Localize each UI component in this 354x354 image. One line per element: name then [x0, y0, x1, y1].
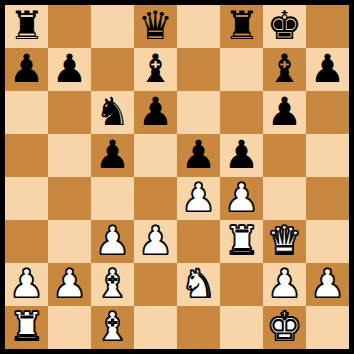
- square-a2[interactable]: ♟: [5, 263, 48, 306]
- square-e7[interactable]: [177, 48, 220, 91]
- black-pawn: ♟: [181, 135, 216, 174]
- square-d3[interactable]: ♟: [134, 220, 177, 263]
- square-e3[interactable]: [177, 220, 220, 263]
- white-pawn: ♟: [310, 264, 345, 303]
- white-pawn: ♟: [138, 221, 173, 260]
- square-e8[interactable]: [177, 5, 220, 48]
- square-f5[interactable]: ♟: [220, 134, 263, 177]
- square-c1[interactable]: ♝: [91, 306, 134, 349]
- square-a1[interactable]: ♜: [5, 306, 48, 349]
- square-h2[interactable]: ♟: [306, 263, 349, 306]
- black-queen: ♛: [138, 6, 173, 45]
- square-d1[interactable]: [134, 306, 177, 349]
- board-frame: ♜♛♜♚♟♟♝♝♟♞♟♟♟♟♟♟♟♟♟♜♛♟♟♝♞♟♟♜♝♚: [0, 0, 354, 354]
- black-bishop: ♝: [138, 49, 173, 88]
- white-pawn: ♟: [95, 221, 130, 260]
- black-pawn: ♟: [310, 49, 345, 88]
- square-h5[interactable]: [306, 134, 349, 177]
- square-e4[interactable]: ♟: [177, 177, 220, 220]
- square-b5[interactable]: [48, 134, 91, 177]
- square-d7[interactable]: ♝: [134, 48, 177, 91]
- black-pawn: ♟: [224, 135, 259, 174]
- chess-board: ♜♛♜♚♟♟♝♝♟♞♟♟♟♟♟♟♟♟♟♜♛♟♟♝♞♟♟♜♝♚: [5, 5, 349, 349]
- square-d4[interactable]: [134, 177, 177, 220]
- square-f3[interactable]: ♜: [220, 220, 263, 263]
- white-bishop: ♝: [95, 264, 130, 303]
- square-g5[interactable]: [263, 134, 306, 177]
- square-b8[interactable]: [48, 5, 91, 48]
- black-pawn: ♟: [95, 135, 130, 174]
- white-pawn: ♟: [181, 178, 216, 217]
- square-a6[interactable]: [5, 91, 48, 134]
- square-g1[interactable]: ♚: [263, 306, 306, 349]
- square-c3[interactable]: ♟: [91, 220, 134, 263]
- square-d2[interactable]: [134, 263, 177, 306]
- square-b1[interactable]: [48, 306, 91, 349]
- square-f8[interactable]: ♜: [220, 5, 263, 48]
- square-e1[interactable]: [177, 306, 220, 349]
- square-f2[interactable]: [220, 263, 263, 306]
- black-pawn: ♟: [52, 49, 87, 88]
- black-knight: ♞: [95, 92, 130, 131]
- white-pawn: ♟: [267, 264, 302, 303]
- white-pawn: ♟: [52, 264, 87, 303]
- white-rook: ♜: [9, 307, 44, 346]
- square-b7[interactable]: ♟: [48, 48, 91, 91]
- square-f6[interactable]: [220, 91, 263, 134]
- square-e6[interactable]: [177, 91, 220, 134]
- square-b6[interactable]: [48, 91, 91, 134]
- square-d6[interactable]: ♟: [134, 91, 177, 134]
- square-c7[interactable]: [91, 48, 134, 91]
- white-rook: ♜: [224, 221, 259, 260]
- square-g3[interactable]: ♛: [263, 220, 306, 263]
- white-pawn: ♟: [224, 178, 259, 217]
- square-e5[interactable]: ♟: [177, 134, 220, 177]
- square-a3[interactable]: [5, 220, 48, 263]
- black-king: ♚: [267, 6, 302, 45]
- square-h4[interactable]: [306, 177, 349, 220]
- square-e2[interactable]: ♞: [177, 263, 220, 306]
- square-a8[interactable]: ♜: [5, 5, 48, 48]
- white-pawn: ♟: [9, 264, 44, 303]
- square-h8[interactable]: [306, 5, 349, 48]
- square-g7[interactable]: ♝: [263, 48, 306, 91]
- square-h1[interactable]: [306, 306, 349, 349]
- square-f4[interactable]: ♟: [220, 177, 263, 220]
- white-queen: ♛: [267, 221, 302, 260]
- black-pawn: ♟: [138, 92, 173, 131]
- square-g6[interactable]: ♟: [263, 91, 306, 134]
- square-h7[interactable]: ♟: [306, 48, 349, 91]
- black-pawn: ♟: [9, 49, 44, 88]
- square-a7[interactable]: ♟: [5, 48, 48, 91]
- square-a5[interactable]: [5, 134, 48, 177]
- square-f1[interactable]: [220, 306, 263, 349]
- square-a4[interactable]: [5, 177, 48, 220]
- black-pawn: ♟: [267, 92, 302, 131]
- square-g2[interactable]: ♟: [263, 263, 306, 306]
- square-b3[interactable]: [48, 220, 91, 263]
- square-g8[interactable]: ♚: [263, 5, 306, 48]
- white-king: ♚: [267, 307, 302, 346]
- square-d5[interactable]: [134, 134, 177, 177]
- square-h6[interactable]: [306, 91, 349, 134]
- square-c8[interactable]: [91, 5, 134, 48]
- square-f7[interactable]: [220, 48, 263, 91]
- square-g4[interactable]: [263, 177, 306, 220]
- square-c2[interactable]: ♝: [91, 263, 134, 306]
- square-b2[interactable]: ♟: [48, 263, 91, 306]
- square-d8[interactable]: ♛: [134, 5, 177, 48]
- square-c5[interactable]: ♟: [91, 134, 134, 177]
- square-c6[interactable]: ♞: [91, 91, 134, 134]
- black-bishop: ♝: [267, 49, 302, 88]
- square-b4[interactable]: [48, 177, 91, 220]
- white-knight: ♞: [181, 264, 216, 303]
- black-rook: ♜: [224, 6, 259, 45]
- white-bishop: ♝: [95, 307, 130, 346]
- square-h3[interactable]: [306, 220, 349, 263]
- square-c4[interactable]: [91, 177, 134, 220]
- black-rook: ♜: [9, 6, 44, 45]
